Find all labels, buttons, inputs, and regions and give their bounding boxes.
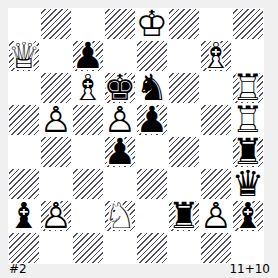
- queen-glyph-halo: ♛: [8, 38, 40, 74]
- square-a8[interactable]: [8, 8, 40, 40]
- square-b4[interactable]: [40, 136, 72, 168]
- rook-glyph-halo: ♜: [168, 198, 200, 234]
- square-f4[interactable]: [168, 136, 200, 168]
- white-rook-icon: ♖: [232, 102, 264, 138]
- rook-glyph-halo: ♜: [232, 102, 264, 138]
- white-pawn-icon: ♙: [104, 102, 136, 138]
- queen-glyph-halo: ♛: [232, 166, 264, 202]
- black-bishop-icon: ♝: [232, 198, 264, 234]
- black-queen-icon: ♛: [232, 166, 264, 202]
- pawn-glyph-halo: ♟: [104, 102, 136, 138]
- white-queen-icon: ♕: [8, 38, 40, 74]
- square-g8[interactable]: [200, 8, 232, 40]
- square-g6[interactable]: [200, 72, 232, 104]
- square-a4[interactable]: [8, 136, 40, 168]
- square-f5[interactable]: [168, 104, 200, 136]
- pawn-glyph-halo: ♟: [72, 38, 104, 74]
- square-h7[interactable]: [232, 40, 264, 72]
- black-rook-icon: ♜: [168, 198, 200, 234]
- square-d7[interactable]: [104, 40, 136, 72]
- white-pawn-g2[interactable]: ♟♙: [200, 200, 232, 232]
- black-bishop-icon: ♝: [8, 198, 40, 234]
- square-b1[interactable]: [40, 232, 72, 264]
- white-bishop-c6[interactable]: ♝♗: [72, 72, 104, 104]
- white-knight-d2[interactable]: ♞♘: [104, 200, 136, 232]
- square-g2[interactable]: ♟♙: [200, 200, 232, 232]
- square-e1[interactable]: [136, 232, 168, 264]
- square-a5[interactable]: [8, 104, 40, 136]
- square-h5[interactable]: ♜♖: [232, 104, 264, 136]
- black-king-icon: ♚: [104, 70, 136, 106]
- black-pawn-icon: ♟: [104, 134, 136, 170]
- square-c7[interactable]: ♟♟: [72, 40, 104, 72]
- white-pawn-icon: ♙: [40, 102, 72, 138]
- square-b3[interactable]: [40, 168, 72, 200]
- pawn-glyph-halo: ♟: [136, 102, 168, 138]
- black-pawn-e5[interactable]: ♟♟: [136, 104, 168, 136]
- square-f2[interactable]: ♜♜: [168, 200, 200, 232]
- square-e4[interactable]: [136, 136, 168, 168]
- white-pawn-b2[interactable]: ♟♙: [40, 200, 72, 232]
- square-h2[interactable]: ♝♝: [232, 200, 264, 232]
- square-b2[interactable]: ♟♙: [40, 200, 72, 232]
- square-f3[interactable]: [168, 168, 200, 200]
- square-h8[interactable]: [232, 8, 264, 40]
- black-rook-icon: ♜: [232, 134, 264, 170]
- black-rook-h4[interactable]: ♜♜: [232, 136, 264, 168]
- pawn-glyph-halo: ♟: [40, 102, 72, 138]
- square-c6[interactable]: ♝♗: [72, 72, 104, 104]
- square-g1[interactable]: [200, 232, 232, 264]
- square-a3[interactable]: [8, 168, 40, 200]
- white-king-icon: ♔: [136, 6, 168, 42]
- black-bishop-h2[interactable]: ♝♝: [232, 200, 264, 232]
- square-d2[interactable]: ♞♘: [104, 200, 136, 232]
- white-pawn-b5[interactable]: ♟♙: [40, 104, 72, 136]
- bishop-glyph-halo: ♝: [8, 198, 40, 234]
- white-rook-icon: ♖: [232, 70, 264, 106]
- diagram-caption: #2 11+10: [9, 261, 270, 277]
- square-h4[interactable]: ♜♜: [232, 136, 264, 168]
- king-glyph-halo: ♚: [136, 6, 168, 42]
- square-g3[interactable]: [200, 168, 232, 200]
- square-a2[interactable]: ♝♝: [8, 200, 40, 232]
- white-pawn-icon: ♙: [200, 198, 232, 234]
- square-e2[interactable]: [136, 200, 168, 232]
- white-rook-h5[interactable]: ♜♖: [232, 104, 264, 136]
- white-bishop-icon: ♗: [200, 38, 232, 74]
- black-rook-f2[interactable]: ♜♜: [168, 200, 200, 232]
- white-rook-h6[interactable]: ♜♖: [232, 72, 264, 104]
- rook-glyph-halo: ♜: [232, 134, 264, 170]
- square-d1[interactable]: [104, 232, 136, 264]
- square-c5[interactable]: [72, 104, 104, 136]
- pawn-glyph-halo: ♟: [104, 134, 136, 170]
- square-e7[interactable]: [136, 40, 168, 72]
- black-pawn-d4[interactable]: ♟♟: [104, 136, 136, 168]
- knight-glyph-halo: ♞: [104, 198, 136, 234]
- square-f1[interactable]: [168, 232, 200, 264]
- white-queen-a7[interactable]: ♛♕: [8, 40, 40, 72]
- square-h1[interactable]: [232, 232, 264, 264]
- white-bishop-icon: ♗: [72, 70, 104, 106]
- bishop-glyph-halo: ♝: [232, 198, 264, 234]
- square-e3[interactable]: [136, 168, 168, 200]
- rook-glyph-halo: ♜: [232, 70, 264, 106]
- pawn-glyph-halo: ♟: [200, 198, 232, 234]
- black-queen-h3[interactable]: ♛♛: [232, 168, 264, 200]
- square-d3[interactable]: [104, 168, 136, 200]
- square-f7[interactable]: [168, 40, 200, 72]
- square-a6[interactable]: [8, 72, 40, 104]
- square-c2[interactable]: [72, 200, 104, 232]
- king-glyph-halo: ♚: [104, 70, 136, 106]
- square-f8[interactable]: [168, 8, 200, 40]
- square-g7[interactable]: ♝♗: [200, 40, 232, 72]
- square-e5[interactable]: ♟♟: [136, 104, 168, 136]
- square-c3[interactable]: [72, 168, 104, 200]
- knight-glyph-halo: ♞: [136, 70, 168, 106]
- square-c8[interactable]: [72, 8, 104, 40]
- black-bishop-a2[interactable]: ♝♝: [8, 200, 40, 232]
- square-b5[interactable]: ♟♙: [40, 104, 72, 136]
- material-count-label: 11+10: [229, 262, 270, 276]
- white-pawn-icon: ♙: [40, 198, 72, 234]
- square-d5[interactable]: ♟♙: [104, 104, 136, 136]
- black-pawn-icon: ♟: [136, 102, 168, 138]
- chess-board: ♚♔♛♕♟♟♝♗♝♗♚♚♞♞♜♖♟♙♟♙♟♟♜♖♟♟♜♜♛♛♝♝♟♙♞♘♜♜♟♙…: [8, 8, 264, 264]
- white-knight-icon: ♘: [104, 198, 136, 234]
- square-b7[interactable]: [40, 40, 72, 72]
- stipulation-label: #2: [9, 262, 27, 276]
- white-pawn-d5[interactable]: ♟♙: [104, 104, 136, 136]
- bishop-glyph-halo: ♝: [200, 38, 232, 74]
- black-pawn-icon: ♟: [72, 38, 104, 74]
- black-knight-e6[interactable]: ♞♞: [136, 72, 168, 104]
- white-bishop-g7[interactable]: ♝♗: [200, 40, 232, 72]
- black-knight-icon: ♞: [136, 70, 168, 106]
- square-g5[interactable]: [200, 104, 232, 136]
- chess-diagram: ♚♔♛♕♟♟♝♗♝♗♚♚♞♞♜♖♟♙♟♙♟♟♜♖♟♟♜♜♛♛♝♝♟♙♞♘♜♜♟♙…: [0, 0, 278, 278]
- square-a1[interactable]: [8, 232, 40, 264]
- square-a7[interactable]: ♛♕: [8, 40, 40, 72]
- bishop-glyph-halo: ♝: [72, 70, 104, 106]
- square-d6[interactable]: ♚♚: [104, 72, 136, 104]
- square-c4[interactable]: [72, 136, 104, 168]
- square-d4[interactable]: ♟♟: [104, 136, 136, 168]
- black-pawn-c7[interactable]: ♟♟: [72, 40, 104, 72]
- square-b8[interactable]: [40, 8, 72, 40]
- square-c1[interactable]: [72, 232, 104, 264]
- black-king-d6[interactable]: ♚♚: [104, 72, 136, 104]
- square-e8[interactable]: ♚♔: [136, 8, 168, 40]
- square-b6[interactable]: [40, 72, 72, 104]
- square-h3[interactable]: ♛♛: [232, 168, 264, 200]
- white-king-e8[interactable]: ♚♔: [136, 8, 168, 40]
- square-g4[interactable]: [200, 136, 232, 168]
- pawn-glyph-halo: ♟: [40, 198, 72, 234]
- square-e6[interactable]: ♞♞: [136, 72, 168, 104]
- square-d8[interactable]: [104, 8, 136, 40]
- square-h6[interactable]: ♜♖: [232, 72, 264, 104]
- square-f6[interactable]: [168, 72, 200, 104]
